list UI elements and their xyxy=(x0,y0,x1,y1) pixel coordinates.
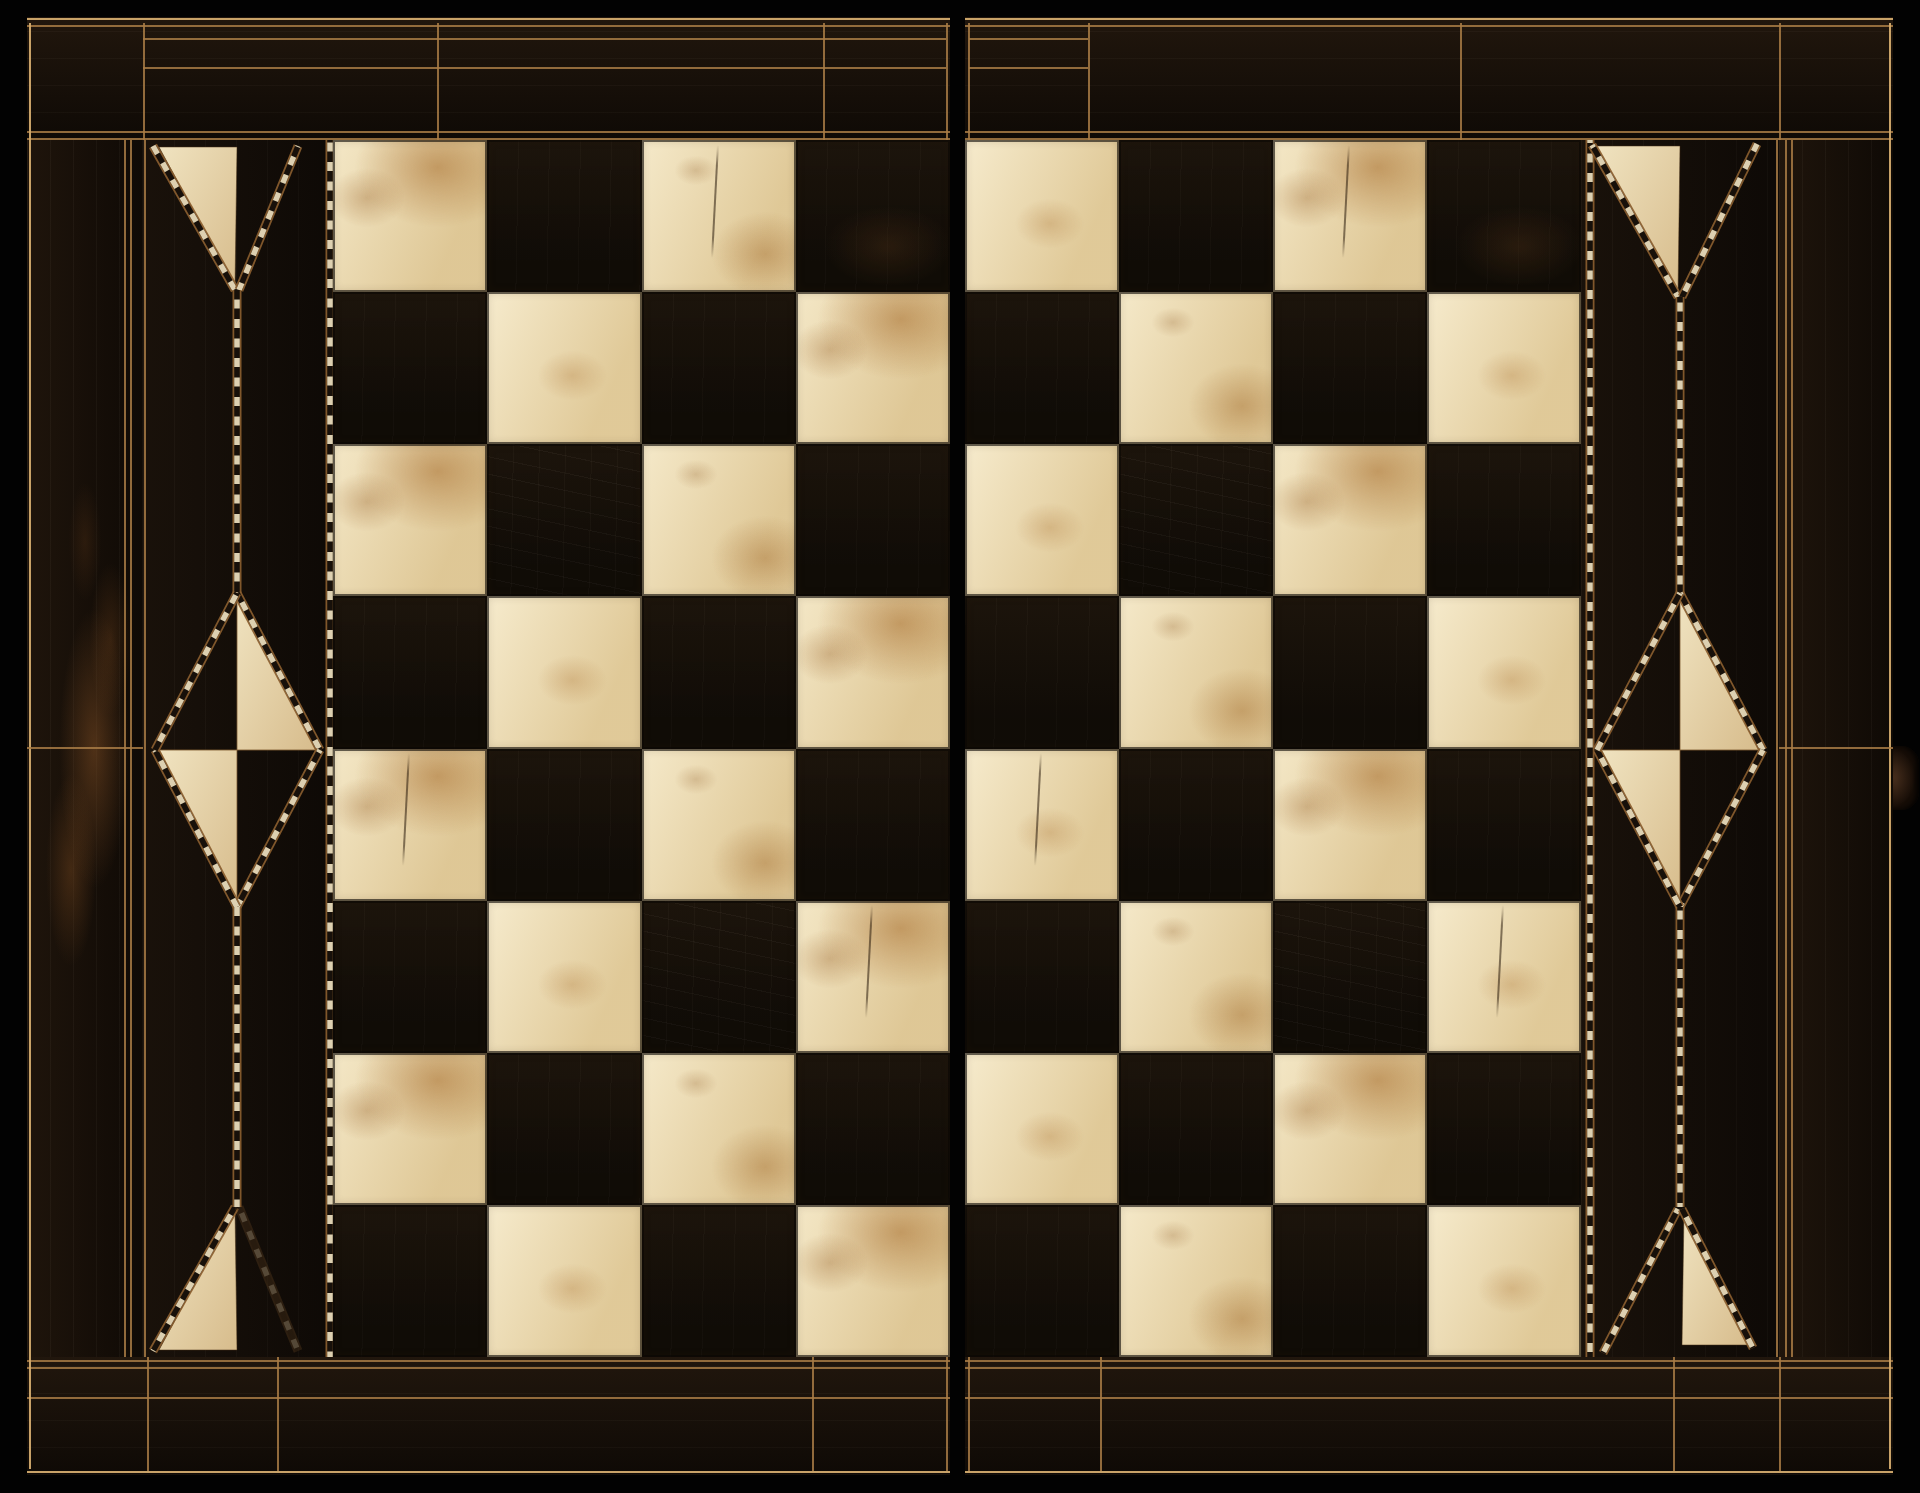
square-f6[interactable] xyxy=(1119,444,1273,596)
stringing-line xyxy=(147,1357,149,1471)
square-c2[interactable] xyxy=(642,1053,796,1205)
stringing-line xyxy=(1779,23,1781,140)
stringing-line xyxy=(969,38,1088,40)
stringing-line xyxy=(965,1397,1893,1399)
square-e5[interactable] xyxy=(965,596,1119,748)
square-e7[interactable] xyxy=(965,292,1119,444)
square-d7[interactable] xyxy=(796,292,950,444)
square-c6[interactable] xyxy=(642,444,796,596)
square-b6[interactable] xyxy=(487,444,641,596)
square-c5[interactable] xyxy=(642,596,796,748)
frame-rail-top-right xyxy=(965,17,1893,140)
stringing-line xyxy=(968,23,970,140)
frame-rail-top-left xyxy=(27,17,950,140)
square-b7[interactable] xyxy=(487,292,641,444)
square-d2[interactable] xyxy=(796,1053,950,1205)
square-d6[interactable] xyxy=(796,444,950,596)
inlay-strip-svg xyxy=(1581,140,1779,1357)
square-f4[interactable] xyxy=(1119,749,1273,901)
stringing-line xyxy=(143,67,946,69)
square-f3[interactable] xyxy=(1119,901,1273,1053)
square-c1[interactable] xyxy=(642,1205,796,1357)
stringing-line xyxy=(27,747,143,749)
board-half-left xyxy=(27,17,950,1475)
stringing-line xyxy=(946,23,948,140)
square-d4[interactable] xyxy=(796,749,950,901)
square-e8[interactable] xyxy=(965,140,1119,292)
square-b2[interactable] xyxy=(487,1053,641,1205)
square-e1[interactable] xyxy=(965,1205,1119,1357)
square-h1[interactable] xyxy=(1427,1205,1581,1357)
square-g4[interactable] xyxy=(1273,749,1427,901)
stringing-line xyxy=(1100,1357,1102,1471)
stringing-line xyxy=(277,1357,279,1471)
board-photo xyxy=(0,0,1920,1493)
square-f1[interactable] xyxy=(1119,1205,1273,1357)
stringing-line xyxy=(27,131,950,133)
stringing-line xyxy=(27,25,950,27)
stringing-line xyxy=(29,23,31,1469)
square-h7[interactable] xyxy=(1427,292,1581,444)
frame-rail-bottom-right xyxy=(965,1357,1893,1475)
frame-rail-bottom-left xyxy=(27,1357,950,1475)
edge-knob xyxy=(1893,746,1919,810)
square-a7[interactable] xyxy=(333,292,487,444)
square-d8[interactable] xyxy=(796,140,950,292)
square-g5[interactable] xyxy=(1273,596,1427,748)
square-a8[interactable] xyxy=(333,140,487,292)
square-g8[interactable] xyxy=(1273,140,1427,292)
inlay-strip-right xyxy=(1581,140,1779,1357)
square-f7[interactable] xyxy=(1119,292,1273,444)
square-f2[interactable] xyxy=(1119,1053,1273,1205)
inlay-strip-svg xyxy=(143,140,333,1357)
chessboard-left-half xyxy=(333,140,950,1357)
stringing-line xyxy=(143,38,946,40)
square-g6[interactable] xyxy=(1273,444,1427,596)
inlay-strip-left xyxy=(143,140,333,1357)
square-b3[interactable] xyxy=(487,901,641,1053)
stringing-line xyxy=(823,23,825,140)
square-e4[interactable] xyxy=(965,749,1119,901)
stringing-line xyxy=(965,1367,1893,1369)
square-e2[interactable] xyxy=(965,1053,1119,1205)
square-e3[interactable] xyxy=(965,901,1119,1053)
stringing-line xyxy=(965,18,1893,20)
stringing-line xyxy=(968,1357,970,1471)
square-h6[interactable] xyxy=(1427,444,1581,596)
stringing-line xyxy=(965,1360,1893,1362)
square-h2[interactable] xyxy=(1427,1053,1581,1205)
square-h4[interactable] xyxy=(1427,749,1581,901)
square-c7[interactable] xyxy=(642,292,796,444)
stringing-line xyxy=(1673,1357,1675,1471)
barber-pole-stringing xyxy=(1603,1209,1678,1353)
stringing-line xyxy=(27,1471,950,1473)
stringing-line xyxy=(1889,23,1891,1469)
square-f8[interactable] xyxy=(1119,140,1273,292)
square-a3[interactable] xyxy=(333,901,487,1053)
square-b8[interactable] xyxy=(487,140,641,292)
stringing-line xyxy=(437,23,439,140)
stringing-line xyxy=(965,25,1893,27)
stringing-line xyxy=(965,1471,1893,1473)
square-d1[interactable] xyxy=(796,1205,950,1357)
stringing-line xyxy=(969,67,1088,69)
square-b1[interactable] xyxy=(487,1205,641,1357)
chessboard-right-half xyxy=(965,140,1581,1357)
stringing-line xyxy=(812,1357,814,1471)
square-b4[interactable] xyxy=(487,749,641,901)
stringing-line xyxy=(1779,747,1893,749)
square-g7[interactable] xyxy=(1273,292,1427,444)
square-a2[interactable] xyxy=(333,1053,487,1205)
stringing-line xyxy=(143,23,145,140)
square-a5[interactable] xyxy=(333,596,487,748)
square-c3[interactable] xyxy=(642,901,796,1053)
square-b5[interactable] xyxy=(487,596,641,748)
square-d5[interactable] xyxy=(796,596,950,748)
square-g3[interactable] xyxy=(1273,901,1427,1053)
board-half-right xyxy=(965,17,1893,1475)
square-g2[interactable] xyxy=(1273,1053,1427,1205)
stringing-line xyxy=(965,131,1893,133)
stringing-line xyxy=(1779,1357,1781,1471)
square-c8[interactable] xyxy=(642,140,796,292)
square-h8[interactable] xyxy=(1427,140,1581,292)
square-f5[interactable] xyxy=(1119,596,1273,748)
square-c4[interactable] xyxy=(642,749,796,901)
stringing-line xyxy=(946,1357,948,1471)
square-a4[interactable] xyxy=(333,749,487,901)
square-d3[interactable] xyxy=(796,901,950,1053)
square-e6[interactable] xyxy=(965,444,1119,596)
square-a6[interactable] xyxy=(333,444,487,596)
stringing-line xyxy=(1460,23,1462,140)
stringing-line xyxy=(27,18,950,20)
square-h3[interactable] xyxy=(1427,901,1581,1053)
square-a1[interactable] xyxy=(333,1205,487,1357)
square-g1[interactable] xyxy=(1273,1205,1427,1357)
square-h5[interactable] xyxy=(1427,596,1581,748)
stringing-line xyxy=(1088,23,1090,140)
